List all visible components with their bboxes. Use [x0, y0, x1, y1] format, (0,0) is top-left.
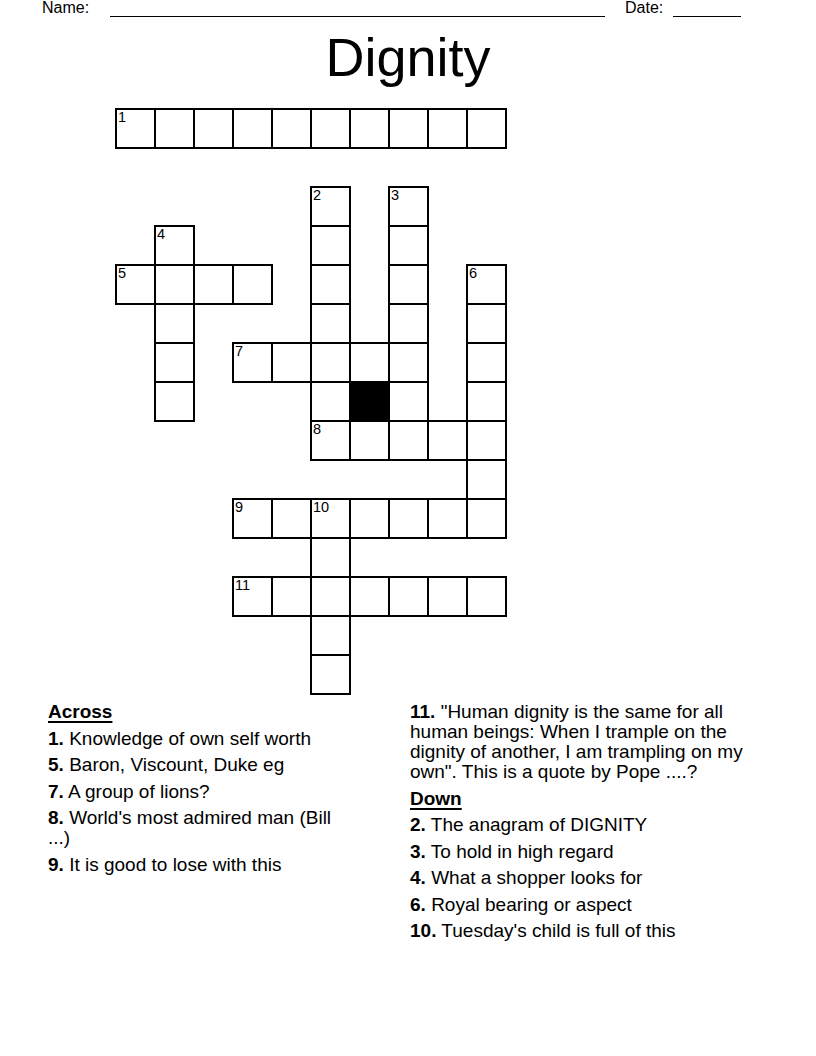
cell-number-5: 5	[118, 266, 126, 281]
cell-r0c1[interactable]	[154, 108, 195, 149]
cell-r12c6[interactable]	[349, 576, 390, 617]
cell-number-11: 11	[235, 578, 250, 593]
cell-r7c9[interactable]	[466, 381, 507, 422]
cell-r0c0[interactable]: 1	[115, 108, 156, 149]
cell-r6c1[interactable]	[154, 342, 195, 383]
cell-r4c5[interactable]	[310, 264, 351, 305]
across-heading: Across	[48, 702, 350, 722]
cell-number-6: 6	[469, 266, 477, 281]
cell-r6c5[interactable]	[310, 342, 351, 383]
cell-r12c9[interactable]	[466, 576, 507, 617]
cell-r13c5[interactable]	[310, 615, 351, 656]
cell-r0c9[interactable]	[466, 108, 507, 149]
cell-r12c7[interactable]	[388, 576, 429, 617]
cell-number-1: 1	[118, 110, 126, 125]
cell-r5c5[interactable]	[310, 303, 351, 344]
cell-r4c9[interactable]: 6	[466, 264, 507, 305]
cell-r5c7[interactable]	[388, 303, 429, 344]
cell-r0c7[interactable]	[388, 108, 429, 149]
cell-r6c3[interactable]: 7	[232, 342, 273, 383]
cell-r4c7[interactable]	[388, 264, 429, 305]
cell-number-2: 2	[313, 188, 321, 203]
clue-across-8: 8. World's most admired man (Bill ...)	[48, 808, 350, 848]
worksheet-page: Name: Date: Dignity 1234567891011 Across…	[0, 0, 816, 1056]
clue-across-11: 11. "Human dignity is the same for all h…	[410, 702, 755, 782]
cell-r7c1[interactable]	[154, 381, 195, 422]
clues-column-left: Across1. Knowledge of own self worth5. B…	[48, 702, 350, 881]
cell-r3c1[interactable]: 4	[154, 225, 195, 266]
cell-r10c3[interactable]: 9	[232, 498, 273, 539]
cell-r10c7[interactable]	[388, 498, 429, 539]
cell-r8c9[interactable]	[466, 420, 507, 461]
cell-number-7: 7	[235, 344, 243, 359]
down-heading: Down	[410, 789, 755, 809]
cell-number-9: 9	[235, 500, 243, 515]
cell-r8c7[interactable]	[388, 420, 429, 461]
cell-r10c6[interactable]	[349, 498, 390, 539]
cell-r0c8[interactable]	[427, 108, 468, 149]
cell-r12c8[interactable]	[427, 576, 468, 617]
black-cell-r7c6	[349, 381, 390, 422]
puzzle-title: Dignity	[0, 30, 816, 84]
cell-number-8: 8	[313, 422, 321, 437]
clue-across-5: 5. Baron, Viscount, Duke eg	[48, 755, 350, 775]
cell-r10c5[interactable]: 10	[310, 498, 351, 539]
cell-r6c7[interactable]	[388, 342, 429, 383]
cell-r0c2[interactable]	[193, 108, 234, 149]
cell-r0c5[interactable]	[310, 108, 351, 149]
date-blank-line	[673, 1, 741, 17]
cell-r2c5[interactable]: 2	[310, 186, 351, 227]
clue-down-2: 2. The anagram of DIGNITY	[410, 815, 755, 835]
clue-down-4: 4. What a shopper looks for	[410, 868, 755, 888]
cell-r11c5[interactable]	[310, 537, 351, 578]
cell-number-4: 4	[157, 227, 165, 242]
cell-r3c7[interactable]	[388, 225, 429, 266]
cell-r9c9[interactable]	[466, 459, 507, 500]
cell-r12c4[interactable]	[271, 576, 312, 617]
cell-r0c3[interactable]	[232, 108, 273, 149]
crossword-grid: 1234567891011	[115, 108, 507, 695]
cell-r10c9[interactable]	[466, 498, 507, 539]
clue-across-9: 9. It is good to lose with this	[48, 855, 350, 875]
clue-across-7: 7. A group of lions?	[48, 782, 350, 802]
name-label: Name:	[42, 0, 89, 16]
cell-r7c5[interactable]	[310, 381, 351, 422]
cell-r4c1[interactable]	[154, 264, 195, 305]
cell-number-10: 10	[313, 500, 329, 515]
cell-r10c4[interactable]	[271, 498, 312, 539]
cell-r14c5[interactable]	[310, 654, 351, 695]
date-label: Date:	[625, 0, 663, 16]
cell-r12c3[interactable]: 11	[232, 576, 273, 617]
cell-r0c6[interactable]	[349, 108, 390, 149]
cell-r12c5[interactable]	[310, 576, 351, 617]
cell-r4c3[interactable]	[232, 264, 273, 305]
clues-column-right: 11. "Human dignity is the same for all h…	[410, 702, 755, 948]
cell-r4c0[interactable]: 5	[115, 264, 156, 305]
cell-r4c2[interactable]	[193, 264, 234, 305]
name-blank-line	[110, 1, 605, 17]
cell-r2c7[interactable]: 3	[388, 186, 429, 227]
cell-r0c4[interactable]	[271, 108, 312, 149]
cell-r5c1[interactable]	[154, 303, 195, 344]
cell-r10c8[interactable]	[427, 498, 468, 539]
cell-r8c5[interactable]: 8	[310, 420, 351, 461]
cell-r3c5[interactable]	[310, 225, 351, 266]
cell-r6c4[interactable]	[271, 342, 312, 383]
cell-number-3: 3	[391, 188, 399, 203]
clue-across-1: 1. Knowledge of own self worth	[48, 729, 350, 749]
cell-r6c6[interactable]	[349, 342, 390, 383]
cell-r7c7[interactable]	[388, 381, 429, 422]
clue-down-3: 3. To hold in high regard	[410, 842, 755, 862]
cell-r6c9[interactable]	[466, 342, 507, 383]
cell-r5c9[interactable]	[466, 303, 507, 344]
clue-down-10: 10. Tuesday's child is full of this	[410, 921, 755, 941]
cell-r8c8[interactable]	[427, 420, 468, 461]
clue-down-6: 6. Royal bearing or aspect	[410, 895, 755, 915]
cell-r8c6[interactable]	[349, 420, 390, 461]
